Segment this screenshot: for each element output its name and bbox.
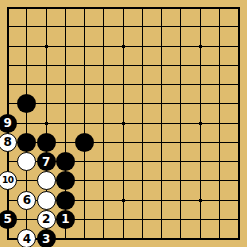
star-point bbox=[199, 45, 202, 48]
black-stone[interactable] bbox=[75, 133, 94, 152]
board-grid: 98710652143 bbox=[0, 0, 247, 247]
stone-number: 8 bbox=[4, 136, 12, 148]
board-edge-line-vertical bbox=[238, 7, 240, 240]
white-stone-move-2[interactable]: 2 bbox=[37, 210, 56, 229]
stone-number: 3 bbox=[42, 233, 50, 245]
star-point bbox=[199, 199, 202, 202]
go-board[interactable]: 98710652143 bbox=[0, 0, 247, 247]
grid-line-vertical bbox=[161, 7, 162, 240]
black-stone[interactable] bbox=[17, 94, 36, 113]
grid-line-vertical bbox=[219, 7, 220, 240]
grid-line-vertical bbox=[180, 7, 181, 240]
black-stone-move-1[interactable]: 1 bbox=[56, 210, 75, 229]
stone-number: 7 bbox=[42, 156, 50, 168]
stone-number: 10 bbox=[2, 176, 14, 185]
star-point bbox=[122, 199, 125, 202]
stone-number: 4 bbox=[23, 233, 31, 245]
go-diagram: 98710652143 bbox=[0, 0, 247, 247]
white-stone-move-8[interactable]: 8 bbox=[0, 133, 17, 152]
black-stone-move-5[interactable]: 5 bbox=[0, 210, 17, 229]
black-stone[interactable] bbox=[17, 133, 36, 152]
white-stone-move-4[interactable]: 4 bbox=[17, 229, 36, 247]
black-stone-move-7[interactable]: 7 bbox=[37, 152, 56, 171]
black-stone[interactable] bbox=[56, 191, 75, 210]
black-stone[interactable] bbox=[37, 133, 56, 152]
stone-number: 1 bbox=[61, 213, 69, 225]
star-point bbox=[199, 122, 202, 125]
star-point bbox=[122, 122, 125, 125]
star-point bbox=[122, 45, 125, 48]
white-stone[interactable] bbox=[17, 152, 36, 171]
white-stone[interactable] bbox=[37, 171, 56, 190]
black-stone[interactable] bbox=[56, 152, 75, 171]
stone-number: 9 bbox=[4, 117, 12, 129]
star-point bbox=[45, 45, 48, 48]
black-stone-move-9[interactable]: 9 bbox=[0, 114, 17, 133]
white-stone-move-6[interactable]: 6 bbox=[17, 191, 36, 210]
white-stone-move-10[interactable]: 10 bbox=[0, 171, 17, 190]
stone-number: 5 bbox=[4, 213, 12, 225]
black-stone-move-3[interactable]: 3 bbox=[37, 229, 56, 247]
grid-line-vertical bbox=[142, 7, 143, 240]
stone-number: 2 bbox=[42, 213, 50, 225]
white-stone[interactable] bbox=[37, 191, 56, 210]
black-stone[interactable] bbox=[56, 171, 75, 190]
star-point bbox=[45, 122, 48, 125]
stone-number: 6 bbox=[23, 194, 31, 206]
